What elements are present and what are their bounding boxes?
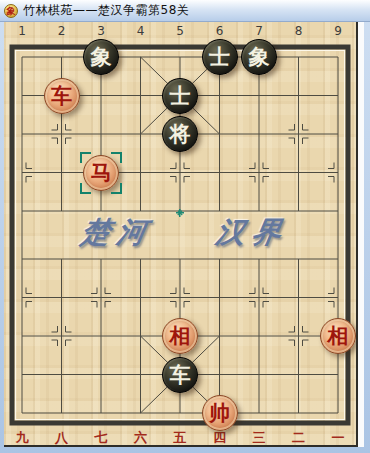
window-inner-edge (356, 22, 364, 447)
piece-black-elephant[interactable]: 象 (83, 39, 119, 75)
file-label-top-9: 9 (334, 24, 342, 38)
app-icon: 象 (4, 4, 18, 18)
app-window: 象 竹林棋苑——楚汉争霸第58关 123456789 九八七六五四三二一 楚河 … (0, 0, 370, 453)
piece-black-advisor[interactable]: 士 (162, 78, 198, 114)
file-label-top-7: 7 (255, 24, 263, 38)
piece-red-chariot[interactable]: 车 (44, 78, 80, 114)
piece-red-horse[interactable]: 马 (83, 155, 119, 191)
selection-brackets (80, 152, 122, 194)
file-label-top-4: 4 (137, 24, 145, 38)
file-label-top-5: 5 (176, 24, 184, 38)
xiangqi-board[interactable]: 123456789 九八七六五四三二一 楚河 汉界 象士象车士将马相相车帅 (4, 22, 356, 447)
file-label-top-8: 8 (295, 24, 303, 38)
piece-black-elephant[interactable]: 象 (241, 39, 277, 75)
piece-black-advisor[interactable]: 士 (202, 39, 238, 75)
file-label-top-2: 2 (58, 24, 66, 38)
file-label-top-1: 1 (18, 24, 26, 38)
file-label-top-3: 3 (97, 24, 105, 38)
window-title: 竹林棋苑——楚汉争霸第58关 (23, 2, 189, 19)
piece-red-general[interactable]: 帅 (202, 395, 238, 431)
piece-black-general[interactable]: 将 (162, 116, 198, 152)
piece-red-elephant[interactable]: 相 (320, 318, 356, 354)
piece-grid: 象士象车士将马相相车帅 (2, 38, 358, 433)
piece-black-chariot[interactable]: 车 (162, 357, 198, 393)
file-label-top-6: 6 (216, 24, 224, 38)
title-bar[interactable]: 象 竹林棋苑——楚汉争霸第58关 (0, 0, 370, 22)
piece-red-elephant[interactable]: 相 (162, 318, 198, 354)
